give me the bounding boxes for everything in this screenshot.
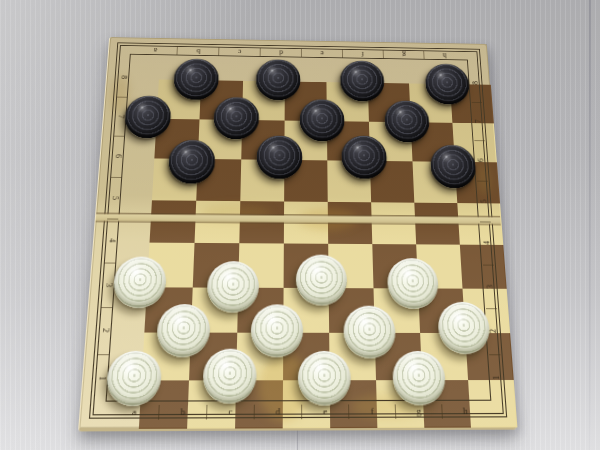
black-checker-g7[interactable]: [384, 100, 430, 143]
white-checker-b2[interactable]: [156, 304, 211, 357]
black-checker-d6[interactable]: [256, 135, 302, 179]
white-checker-e1[interactable]: [298, 351, 351, 406]
white-checker-f2[interactable]: [343, 305, 396, 358]
black-checker-e7[interactable]: [300, 99, 345, 142]
black-checker-c7[interactable]: [213, 97, 260, 140]
black-checker-h8[interactable]: [424, 63, 470, 104]
white-checker-g3[interactable]: [387, 258, 440, 309]
white-checker-h2[interactable]: [437, 302, 491, 354]
backdrop-seam-right: [589, 0, 591, 450]
white-checker-d2[interactable]: [250, 304, 303, 357]
black-checker-f6[interactable]: [341, 135, 388, 179]
checkers-board: abcdefgh abcdefgh 87654321 87654321: [78, 37, 517, 431]
black-checker-d8[interactable]: [256, 59, 301, 101]
photo-background: abcdefgh abcdefgh 87654321 87654321: [0, 0, 600, 450]
white-checker-a1[interactable]: [105, 351, 162, 406]
pieces-layer: [79, 37, 516, 428]
black-checker-b6[interactable]: [167, 139, 215, 184]
black-checker-f8[interactable]: [340, 60, 385, 102]
white-checker-c1[interactable]: [202, 349, 257, 404]
black-checker-h6[interactable]: [429, 144, 477, 188]
black-checker-b8[interactable]: [173, 58, 220, 100]
black-checker-a7[interactable]: [123, 96, 172, 139]
white-checker-e3[interactable]: [296, 255, 347, 306]
white-checker-c3[interactable]: [206, 261, 259, 313]
board-cardboard: abcdefgh abcdefgh 87654321 87654321: [78, 37, 517, 431]
white-checker-g1[interactable]: [392, 351, 447, 406]
white-checker-a3[interactable]: [112, 257, 167, 309]
